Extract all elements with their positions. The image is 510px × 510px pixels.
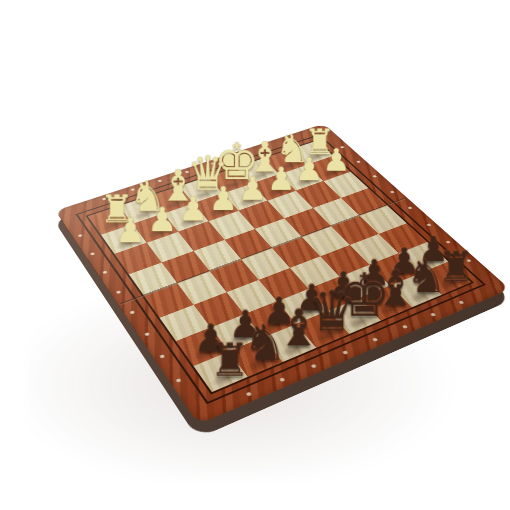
magnet-dot [116,290,122,294]
magnet-dot [279,377,285,382]
magnet-dot [175,378,181,383]
square-c4[interactable] [194,240,242,271]
magnet-dot [342,350,348,354]
magnet-dot [144,332,150,336]
square-a3[interactable] [115,243,162,274]
magnet-dot [130,311,136,315]
piece-white-pawn-a2[interactable]: ♟ [95,213,165,247]
magnet-dot [311,364,317,369]
magnet-dot [78,234,83,237]
magnet-dot [372,175,377,178]
magnet-dot [458,301,464,305]
magnet-dot [407,206,412,209]
magnet-dot [102,271,107,275]
square-a8[interactable]: ♜ [194,352,248,392]
magnet-dot [159,354,165,358]
magnet-dot [390,190,395,193]
magnet-dot [426,223,431,226]
piece-black-rook-a8[interactable]: ♜ [188,338,269,383]
magnet-dot [372,337,378,341]
chess-set-photo: ♜♞♝♛♚♝♞♜♟♟♟♟♟♟♟♟♟♟♟♟♟♟♟♟♜♞♝♛♚♝♞♜ [0,0,510,510]
magnet-dot [246,392,252,397]
magnet-dot [402,325,408,329]
magnet-dot [430,312,436,316]
magnet-dot [90,252,95,256]
